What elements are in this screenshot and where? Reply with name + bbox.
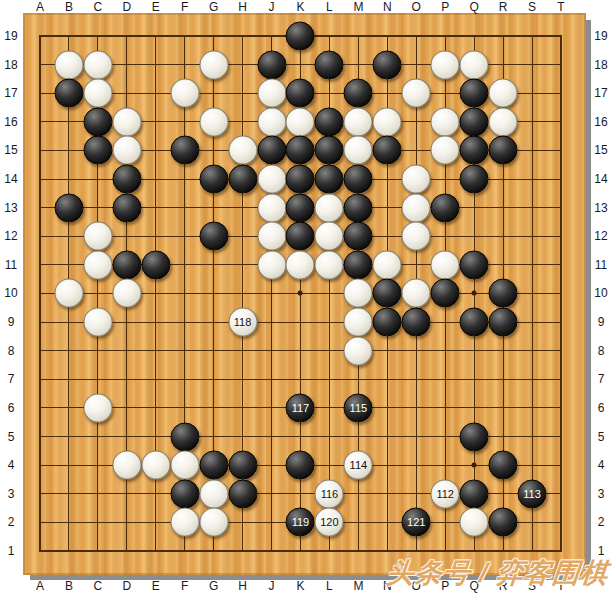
stone-white-R17[interactable]	[489, 79, 518, 108]
coord-right-11: 11	[595, 258, 607, 272]
stone-white-P11[interactable]	[431, 250, 460, 279]
stone-white-O17[interactable]	[402, 79, 431, 108]
stone-white-P16[interactable]	[431, 107, 460, 136]
grid-line-vertical	[560, 35, 562, 552]
stone-white-O12[interactable]	[402, 222, 431, 251]
star-point-Q4	[472, 463, 477, 468]
move-number-label: 118	[234, 317, 252, 328]
coord-top-N: N	[383, 0, 392, 14]
coord-right-13: 13	[594, 201, 607, 215]
go-diagram-page: 118117115114116112113119120121 AABBCCDDE…	[0, 0, 612, 594]
coord-bottom-M: M	[353, 579, 363, 593]
coord-bottom-H: H	[238, 579, 247, 593]
stone-white-C11[interactable]	[83, 250, 112, 279]
coord-top-Q: Q	[469, 0, 478, 14]
coord-right-10: 10	[594, 286, 607, 300]
stone-white-H9[interactable]: 118	[228, 308, 257, 337]
stone-white-B18[interactable]	[54, 50, 83, 79]
coord-bottom-J: J	[269, 579, 275, 593]
stone-black-K2[interactable]: 119	[286, 508, 315, 537]
stone-white-K16[interactable]	[286, 107, 315, 136]
star-point-Q10	[472, 291, 477, 296]
coord-top-S: S	[528, 0, 536, 14]
stone-black-P13[interactable]	[431, 193, 460, 222]
stone-white-K11[interactable]	[286, 250, 315, 279]
stone-white-G16[interactable]	[199, 107, 228, 136]
stone-black-P10[interactable]	[431, 279, 460, 308]
coord-right-18: 18	[594, 58, 607, 72]
stone-white-P18[interactable]	[431, 50, 460, 79]
stone-white-F17[interactable]	[170, 79, 199, 108]
stone-black-K4[interactable]	[286, 451, 315, 480]
stone-white-L2[interactable]: 120	[315, 508, 344, 537]
stone-black-Q3[interactable]	[460, 479, 489, 508]
stone-black-B17[interactable]	[54, 79, 83, 108]
stone-black-M6[interactable]: 115	[344, 393, 373, 422]
stone-black-C16[interactable]	[83, 107, 112, 136]
coord-bottom-L: L	[326, 579, 333, 593]
coord-left-7: 7	[8, 372, 15, 386]
stone-white-P15[interactable]	[431, 136, 460, 165]
stone-white-R16[interactable]	[489, 107, 518, 136]
stone-white-F2[interactable]	[170, 508, 199, 537]
coord-left-11: 11	[5, 258, 17, 272]
coord-top-L: L	[326, 0, 333, 14]
coord-right-7: 7	[598, 372, 605, 386]
stone-white-F4[interactable]	[170, 451, 199, 480]
stone-white-D16[interactable]	[112, 107, 141, 136]
coord-right-8: 8	[598, 344, 605, 358]
coord-bottom-D: D	[122, 579, 131, 593]
coord-right-14: 14	[594, 172, 607, 186]
stone-white-M15[interactable]	[344, 136, 373, 165]
stone-black-M13[interactable]	[344, 193, 373, 222]
stone-black-K6[interactable]: 117	[286, 393, 315, 422]
grid-line-horizontal	[39, 379, 562, 380]
coord-left-18: 18	[4, 58, 17, 72]
coord-left-15: 15	[4, 143, 17, 157]
stone-white-O14[interactable]	[402, 165, 431, 194]
stone-black-B13[interactable]	[54, 193, 83, 222]
stone-white-B10[interactable]	[54, 279, 83, 308]
stone-black-S3[interactable]: 113	[518, 479, 547, 508]
stone-white-C18[interactable]	[83, 50, 112, 79]
coord-left-12: 12	[4, 229, 17, 243]
stone-white-Q18[interactable]	[460, 50, 489, 79]
stone-black-L18[interactable]	[315, 50, 344, 79]
coord-right-16: 16	[594, 115, 607, 129]
coord-bottom-A: A	[36, 579, 44, 593]
stone-black-Q11[interactable]	[460, 250, 489, 279]
star-point-K10	[298, 291, 303, 296]
coord-bottom-K: K	[296, 579, 304, 593]
coord-left-1: 1	[8, 544, 15, 558]
stone-black-G12[interactable]	[199, 222, 228, 251]
coord-left-3: 3	[8, 487, 15, 501]
stone-black-R10[interactable]	[489, 279, 518, 308]
stone-white-J17[interactable]	[257, 79, 286, 108]
coord-top-J: J	[269, 0, 275, 14]
stone-white-N16[interactable]	[373, 107, 402, 136]
stone-white-E4[interactable]	[141, 451, 170, 480]
stone-white-J14[interactable]	[257, 165, 286, 194]
coord-left-10: 10	[4, 286, 17, 300]
stone-white-N11[interactable]	[373, 250, 402, 279]
coord-right-9: 9	[598, 315, 605, 329]
stone-black-N15[interactable]	[373, 136, 402, 165]
stone-white-L12[interactable]	[315, 222, 344, 251]
stone-black-K15[interactable]	[286, 136, 315, 165]
coord-right-2: 2	[598, 515, 605, 529]
stone-black-L16[interactable]	[315, 107, 344, 136]
stone-black-C15[interactable]	[83, 136, 112, 165]
stone-black-K17[interactable]	[286, 79, 315, 108]
coord-top-B: B	[65, 0, 73, 14]
grid-line-vertical	[532, 35, 533, 552]
coord-left-4: 4	[8, 458, 15, 472]
coord-top-R: R	[499, 0, 508, 14]
stone-white-M10[interactable]	[344, 279, 373, 308]
coord-top-M: M	[353, 0, 363, 14]
stone-black-L14[interactable]	[315, 165, 344, 194]
stone-black-D14[interactable]	[112, 165, 141, 194]
stone-white-J16[interactable]	[257, 107, 286, 136]
move-number-label: 115	[350, 402, 368, 413]
stone-white-J13[interactable]	[257, 193, 286, 222]
move-number-label: 120	[320, 517, 338, 528]
coord-left-19: 19	[4, 29, 17, 43]
coord-top-D: D	[122, 0, 131, 14]
stone-white-G2[interactable]	[199, 508, 228, 537]
coord-left-6: 6	[8, 401, 15, 415]
stone-black-J15[interactable]	[257, 136, 286, 165]
coord-top-K: K	[296, 0, 304, 14]
stone-black-G14[interactable]	[199, 165, 228, 194]
stone-white-H15[interactable]	[228, 136, 257, 165]
move-number-label: 121	[407, 517, 425, 528]
stone-white-C6[interactable]	[83, 393, 112, 422]
stone-white-L11[interactable]	[315, 250, 344, 279]
stone-white-J12[interactable]	[257, 222, 286, 251]
stone-black-H4[interactable]	[228, 451, 257, 480]
stone-black-K12[interactable]	[286, 222, 315, 251]
coord-left-5: 5	[8, 430, 15, 444]
stone-white-C12[interactable]	[83, 222, 112, 251]
stone-black-J18[interactable]	[257, 50, 286, 79]
stone-white-G3[interactable]	[199, 479, 228, 508]
move-number-label: 112	[436, 488, 454, 499]
coord-left-9: 9	[8, 315, 15, 329]
stone-black-L15[interactable]	[315, 136, 344, 165]
coord-left-17: 17	[4, 86, 17, 100]
coord-right-19: 19	[594, 29, 607, 43]
watermark-text: 头条号 / 弈客围棋	[386, 555, 611, 591]
stone-black-D13[interactable]	[112, 193, 141, 222]
stone-black-D11[interactable]	[112, 250, 141, 279]
stone-white-M16[interactable]	[344, 107, 373, 136]
stone-white-O10[interactable]	[402, 279, 431, 308]
coord-left-8: 8	[8, 344, 15, 358]
coord-top-H: H	[238, 0, 247, 14]
coord-right-6: 6	[598, 401, 605, 415]
coord-bottom-B: B	[65, 579, 73, 593]
coord-bottom-E: E	[152, 579, 160, 593]
coord-left-13: 13	[4, 201, 17, 215]
stone-black-Q14[interactable]	[460, 165, 489, 194]
stone-black-R15[interactable]	[489, 136, 518, 165]
stone-black-H3[interactable]	[228, 479, 257, 508]
go-board[interactable]: 118117115114116112113119120121	[23, 13, 586, 575]
stone-white-L3[interactable]: 116	[315, 479, 344, 508]
stone-white-P3[interactable]: 112	[431, 479, 460, 508]
coord-top-G: G	[209, 0, 218, 14]
coord-top-T: T	[557, 0, 564, 14]
coord-right-4: 4	[598, 458, 605, 472]
coord-right-3: 3	[598, 487, 605, 501]
stone-black-Q15[interactable]	[460, 136, 489, 165]
coord-left-2: 2	[8, 515, 15, 529]
coord-bottom-F: F	[181, 579, 188, 593]
stone-black-Q17[interactable]	[460, 79, 489, 108]
move-number-label: 119	[292, 517, 310, 528]
coord-top-F: F	[181, 0, 188, 14]
stone-black-Q16[interactable]	[460, 107, 489, 136]
move-number-label: 116	[321, 488, 339, 499]
stone-black-K19[interactable]	[286, 22, 315, 51]
stone-white-Q2[interactable]	[460, 508, 489, 537]
stone-black-K14[interactable]	[286, 165, 315, 194]
stone-black-M11[interactable]	[344, 250, 373, 279]
coord-bottom-C: C	[94, 579, 103, 593]
stone-white-M8[interactable]	[344, 336, 373, 365]
stone-white-D10[interactable]	[112, 279, 141, 308]
stone-black-G4[interactable]	[199, 451, 228, 480]
stone-white-G18[interactable]	[199, 50, 228, 79]
coord-top-C: C	[94, 0, 103, 14]
stone-black-R4[interactable]	[489, 451, 518, 480]
stone-black-F3[interactable]	[170, 479, 199, 508]
stone-black-R9[interactable]	[489, 308, 518, 337]
stone-black-N9[interactable]	[373, 308, 402, 337]
stone-white-D4[interactable]	[112, 451, 141, 480]
grid-line-horizontal	[39, 350, 562, 351]
coord-top-O: O	[412, 0, 421, 14]
stone-white-M9[interactable]	[344, 308, 373, 337]
stone-black-F5[interactable]	[170, 422, 199, 451]
stone-white-M4[interactable]: 114	[344, 451, 373, 480]
move-number-label: 117	[292, 402, 310, 413]
stone-white-O13[interactable]	[402, 193, 431, 222]
coord-right-17: 17	[594, 86, 607, 100]
stone-black-M17[interactable]	[344, 79, 373, 108]
stone-black-H14[interactable]	[228, 165, 257, 194]
stone-white-C17[interactable]	[83, 79, 112, 108]
stone-black-Q5[interactable]	[460, 422, 489, 451]
stone-black-R2[interactable]	[489, 508, 518, 537]
stone-black-M14[interactable]	[344, 165, 373, 194]
move-number-label: 114	[350, 460, 368, 471]
coord-right-15: 15	[594, 143, 607, 157]
stone-white-D15[interactable]	[112, 136, 141, 165]
stone-black-N18[interactable]	[373, 50, 402, 79]
coord-right-12: 12	[594, 229, 607, 243]
stone-black-O2[interactable]: 121	[402, 508, 431, 537]
coord-left-16: 16	[4, 115, 17, 129]
coord-right-5: 5	[598, 430, 605, 444]
grid-line-horizontal	[39, 550, 562, 552]
coord-top-P: P	[441, 0, 449, 14]
coord-top-A: A	[36, 0, 44, 14]
stone-black-N10[interactable]	[373, 279, 402, 308]
coord-bottom-G: G	[209, 579, 218, 593]
stone-white-C9[interactable]	[83, 308, 112, 337]
stone-white-J11[interactable]	[257, 250, 286, 279]
stone-black-K13[interactable]	[286, 193, 315, 222]
stone-black-M12[interactable]	[344, 222, 373, 251]
stone-black-F15[interactable]	[170, 136, 199, 165]
stone-black-Q9[interactable]	[460, 308, 489, 337]
coord-top-E: E	[152, 0, 160, 14]
stone-white-L13[interactable]	[315, 193, 344, 222]
move-number-label: 113	[523, 488, 541, 499]
stone-black-E11[interactable]	[141, 250, 170, 279]
coord-left-14: 14	[4, 172, 17, 186]
stone-black-O9[interactable]	[402, 308, 431, 337]
